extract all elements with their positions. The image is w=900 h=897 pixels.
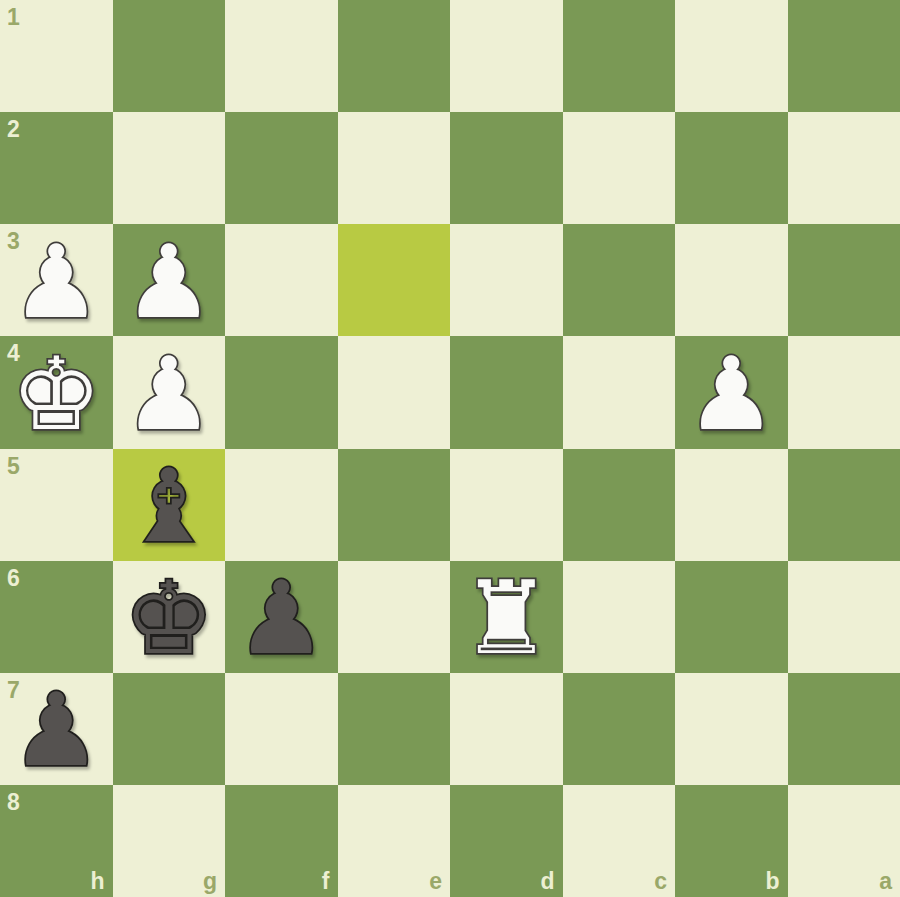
- square-a3[interactable]: [788, 224, 900, 336]
- file-label-h: h: [90, 870, 104, 893]
- square-d6[interactable]: ♜: [450, 561, 563, 673]
- piece-black-king[interactable]: ♚: [113, 563, 226, 675]
- square-d7[interactable]: [450, 673, 563, 785]
- rank-label-8: 8: [7, 791, 20, 814]
- rank-label-2: 2: [7, 118, 20, 141]
- square-b2[interactable]: [675, 112, 788, 224]
- square-c4[interactable]: [563, 336, 676, 448]
- square-b5[interactable]: [675, 449, 788, 561]
- square-h3[interactable]: 3♟: [0, 224, 113, 336]
- square-b4[interactable]: ♟: [675, 336, 788, 448]
- piece-white-pawn[interactable]: ♟: [113, 338, 226, 450]
- square-e8[interactable]: e: [338, 785, 451, 897]
- square-b1[interactable]: [675, 0, 788, 112]
- square-a4[interactable]: [788, 336, 900, 448]
- piece-black-pawn[interactable]: ♟: [0, 675, 113, 787]
- file-label-a: a: [879, 870, 892, 893]
- square-e6[interactable]: [338, 561, 451, 673]
- file-label-b: b: [765, 870, 779, 893]
- chess-board: 123♟♟4♚♟♟5♝6♚♟♜7♟8hgfedcba: [0, 0, 900, 897]
- file-label-e: e: [429, 870, 442, 893]
- square-d8[interactable]: d: [450, 785, 563, 897]
- square-e4[interactable]: [338, 336, 451, 448]
- square-h5[interactable]: 5: [0, 449, 113, 561]
- square-c8[interactable]: c: [563, 785, 676, 897]
- square-h8[interactable]: 8h: [0, 785, 113, 897]
- square-a7[interactable]: [788, 673, 900, 785]
- square-g2[interactable]: [113, 112, 226, 224]
- square-e7[interactable]: [338, 673, 451, 785]
- file-label-g: g: [203, 870, 217, 893]
- square-c5[interactable]: [563, 449, 676, 561]
- piece-white-king[interactable]: ♚: [0, 338, 113, 450]
- piece-white-pawn[interactable]: ♟: [0, 226, 113, 338]
- square-b8[interactable]: b: [675, 785, 788, 897]
- square-c6[interactable]: [563, 561, 676, 673]
- piece-black-bishop[interactable]: ♝: [113, 451, 226, 563]
- square-a5[interactable]: [788, 449, 900, 561]
- square-b7[interactable]: [675, 673, 788, 785]
- square-a1[interactable]: [788, 0, 900, 112]
- square-e3[interactable]: [338, 224, 451, 336]
- square-d4[interactable]: [450, 336, 563, 448]
- square-d3[interactable]: [450, 224, 563, 336]
- square-h4[interactable]: 4♚: [0, 336, 113, 448]
- square-f2[interactable]: [225, 112, 338, 224]
- square-e5[interactable]: [338, 449, 451, 561]
- square-a6[interactable]: [788, 561, 900, 673]
- square-c1[interactable]: [563, 0, 676, 112]
- square-f4[interactable]: [225, 336, 338, 448]
- piece-white-pawn[interactable]: ♟: [113, 226, 226, 338]
- square-e1[interactable]: [338, 0, 451, 112]
- rank-label-6: 6: [7, 567, 20, 590]
- square-f5[interactable]: [225, 449, 338, 561]
- square-c3[interactable]: [563, 224, 676, 336]
- square-f8[interactable]: f: [225, 785, 338, 897]
- piece-white-rook[interactable]: ♜: [450, 563, 563, 675]
- square-f1[interactable]: [225, 0, 338, 112]
- square-e2[interactable]: [338, 112, 451, 224]
- rank-label-1: 1: [7, 6, 20, 29]
- square-b6[interactable]: [675, 561, 788, 673]
- square-d1[interactable]: [450, 0, 563, 112]
- square-h1[interactable]: 1: [0, 0, 113, 112]
- square-c2[interactable]: [563, 112, 676, 224]
- piece-white-pawn[interactable]: ♟: [675, 338, 788, 450]
- square-g7[interactable]: [113, 673, 226, 785]
- rank-label-5: 5: [7, 455, 20, 478]
- square-a8[interactable]: a: [788, 785, 900, 897]
- square-g4[interactable]: ♟: [113, 336, 226, 448]
- file-label-c: c: [654, 870, 667, 893]
- file-label-d: d: [540, 870, 554, 893]
- square-g6[interactable]: ♚: [113, 561, 226, 673]
- square-f7[interactable]: [225, 673, 338, 785]
- square-a2[interactable]: [788, 112, 900, 224]
- square-g5[interactable]: ♝: [113, 449, 226, 561]
- square-b3[interactable]: [675, 224, 788, 336]
- square-d2[interactable]: [450, 112, 563, 224]
- square-h6[interactable]: 6: [0, 561, 113, 673]
- square-g8[interactable]: g: [113, 785, 226, 897]
- square-g1[interactable]: [113, 0, 226, 112]
- square-h2[interactable]: 2: [0, 112, 113, 224]
- square-g3[interactable]: ♟: [113, 224, 226, 336]
- square-d5[interactable]: [450, 449, 563, 561]
- piece-black-pawn[interactable]: ♟: [225, 563, 338, 675]
- square-f6[interactable]: ♟: [225, 561, 338, 673]
- square-h7[interactable]: 7♟: [0, 673, 113, 785]
- file-label-f: f: [322, 870, 330, 893]
- square-c7[interactable]: [563, 673, 676, 785]
- square-f3[interactable]: [225, 224, 338, 336]
